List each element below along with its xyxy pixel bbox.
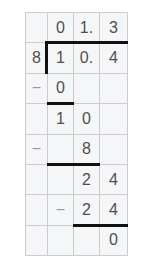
minus-sign: − <box>48 195 73 224</box>
long-division-worksheet: 0 1. 3 8 1 0. 4 − 0 1 0 − 8 2 <box>0 0 150 268</box>
cell-r7c1 <box>26 195 47 224</box>
cell-r6c1 <box>26 165 47 194</box>
step-digit: 8 <box>74 135 99 164</box>
step-digit: 4 <box>100 195 127 224</box>
cell-r1c1 <box>26 13 47 42</box>
quotient-digit: 0 <box>48 13 73 42</box>
cell-r5c2 <box>48 135 73 164</box>
division-grid: 0 1. 3 8 1 0. 4 − 0 1 0 − 8 2 <box>25 12 128 256</box>
dividend-digit: 4 <box>100 43 127 72</box>
quotient-digit: 3 <box>100 13 127 42</box>
divisor-digit: 8 <box>26 43 47 72</box>
division-grid-wrap: 0 1. 3 8 1 0. 4 − 0 1 0 − 8 2 <box>25 12 128 256</box>
minus-sign: − <box>26 74 47 103</box>
cell-r8c1 <box>26 226 47 255</box>
step-digit: 0 <box>48 74 73 103</box>
cell-r3c3 <box>74 74 99 103</box>
dividend-digit: 0. <box>74 43 99 72</box>
cell-r4c1 <box>26 104 47 133</box>
minus-sign: − <box>26 135 47 164</box>
cell-r3c4 <box>100 74 127 103</box>
cell-r4c4 <box>100 104 127 133</box>
step-digit: 4 <box>100 165 127 194</box>
subtraction-line-3 <box>73 224 128 227</box>
subtraction-line-2 <box>47 163 100 166</box>
cell-r8c2 <box>48 226 73 255</box>
cell-r6c2 <box>48 165 73 194</box>
cell-r5c4 <box>100 135 127 164</box>
dividend-digit: 1 <box>48 43 73 72</box>
division-bracket-bar <box>47 41 128 44</box>
step-digit: 1 <box>48 104 73 133</box>
subtraction-line-1 <box>47 102 74 105</box>
step-digit: 0 <box>74 104 99 133</box>
division-bracket-vertical <box>45 41 48 74</box>
step-digit: 2 <box>74 195 99 224</box>
remainder-digit: 0 <box>100 226 127 255</box>
cell-r8c3 <box>74 226 99 255</box>
quotient-digit: 1. <box>74 13 99 42</box>
step-digit: 2 <box>74 165 99 194</box>
